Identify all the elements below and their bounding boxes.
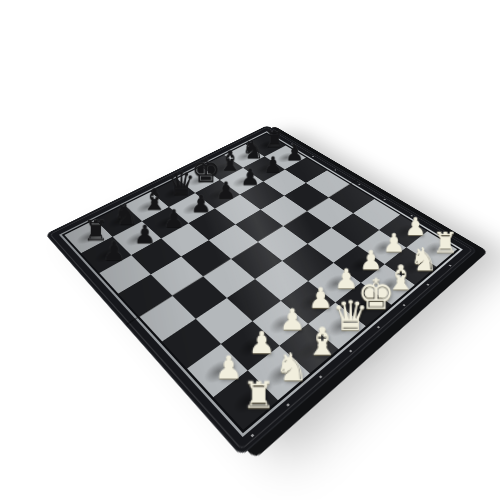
piece-black-pawn[interactable]: ♟: [190, 192, 211, 216]
piece-white-pawn[interactable]: ♟: [404, 215, 426, 240]
piece-white-pawn[interactable]: ♟: [308, 284, 333, 312]
piece-black-pawn[interactable]: ♟: [102, 238, 125, 264]
piece-white-bishop[interactable]: ♝: [305, 323, 339, 361]
piece-white-pawn[interactable]: ♟: [248, 328, 275, 359]
piece-white-pawn[interactable]: ♟: [215, 352, 244, 384]
piece-black-pawn[interactable]: ♟: [216, 178, 237, 201]
board-margin-strip: ♜♞♝♛♚♝♞♜♟♟♟♟♟♟♟♟♟♟♟♟♟♟♟♟♜♞♝♛♚♝♞♜: [59, 131, 463, 437]
piece-black-pawn[interactable]: ♟: [133, 221, 156, 246]
piece-black-pawn[interactable]: ♟: [263, 154, 282, 176]
piece-white-pawn[interactable]: ♟: [383, 230, 406, 256]
piece-black-pawn[interactable]: ♟: [240, 166, 260, 188]
board-scene: ♜♞♝♛♚♝♞♜♟♟♟♟♟♟♟♟♟♟♟♟♟♟♟♟♜♞♝♛♚♝♞♜: [0, 0, 500, 500]
piece-black-rook[interactable]: ♜: [264, 128, 285, 151]
piece-white-pawn[interactable]: ♟: [279, 305, 305, 334]
piece-black-pawn[interactable]: ♟: [285, 142, 304, 163]
board-grid: ♜♞♝♛♚♝♞♜♟♟♟♟♟♟♟♟♟♟♟♟♟♟♟♟♜♞♝♛♚♝♞♜: [62, 133, 460, 434]
product-photo-stage: ♜♞♝♛♚♝♞♜♟♟♟♟♟♟♟♟♟♟♟♟♟♟♟♟♜♞♝♛♚♝♞♜: [0, 0, 500, 500]
piece-black-bishop[interactable]: ♝: [218, 147, 242, 174]
piece-black-knight[interactable]: ♞: [241, 137, 264, 162]
square-d5[interactable]: [209, 225, 258, 259]
chess-board: ♜♞♝♛♚♝♞♜♟♟♟♟♟♟♟♟♟♟♟♟♟♟♟♟♜♞♝♛♚♝♞♜: [45, 125, 477, 456]
piece-white-rook[interactable]: ♜: [242, 377, 275, 414]
piece-white-knight[interactable]: ♞: [274, 348, 308, 386]
piece-white-pawn[interactable]: ♟: [334, 265, 359, 292]
piece-black-pawn[interactable]: ♟: [162, 206, 184, 230]
board-frame: ♜♞♝♛♚♝♞♜♟♟♟♟♟♟♟♟♟♟♟♟♟♟♟♟♜♞♝♛♚♝♞♜: [45, 125, 477, 456]
